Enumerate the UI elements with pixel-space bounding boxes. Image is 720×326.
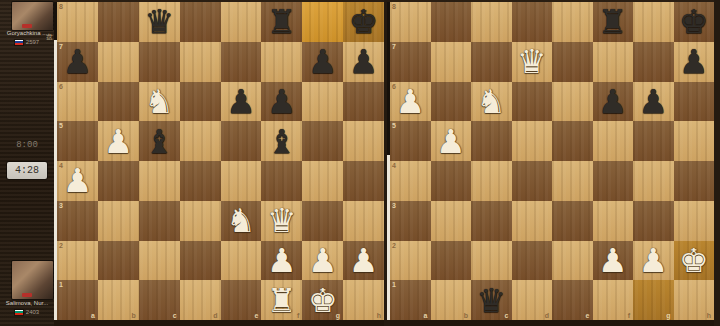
square-b6[interactable] [98, 82, 139, 122]
file-label-b: b [131, 312, 135, 319]
square-b7[interactable] [431, 42, 472, 82]
live-badge [22, 24, 32, 28]
square-e3[interactable] [552, 201, 593, 241]
square-d2[interactable] [180, 241, 221, 281]
square-g6[interactable]: ♟ [633, 82, 674, 122]
piece-white-queen[interactable]: ♛ [267, 204, 297, 237]
square-a7[interactable]: 7 [390, 42, 431, 82]
square-a4[interactable]: 4♟ [57, 161, 98, 201]
square-a1[interactable]: 1a [57, 280, 98, 320]
square-e7[interactable] [552, 42, 593, 82]
square-a6[interactable]: 6♟ [390, 82, 431, 122]
file-label-c: c [505, 312, 509, 319]
square-b3[interactable] [431, 201, 472, 241]
square-b8[interactable] [431, 2, 472, 42]
square-h5[interactable] [343, 121, 384, 161]
square-d4[interactable] [512, 161, 553, 201]
file-label-d: d [545, 312, 549, 319]
file-label-g: g [336, 312, 340, 319]
piece-white-pawn[interactable]: ♟ [395, 85, 425, 118]
square-c8[interactable]: ♛ [139, 2, 180, 42]
square-g8[interactable] [302, 2, 343, 42]
file-label-b: b [464, 312, 468, 319]
square-e6[interactable]: ♟ [221, 82, 262, 122]
square-d8[interactable] [180, 2, 221, 42]
square-b2[interactable] [431, 241, 472, 281]
square-b1[interactable]: b [98, 280, 139, 320]
square-a2[interactable]: 2 [57, 241, 98, 281]
rank-label-1: 1 [392, 281, 396, 288]
square-h3[interactable] [674, 201, 715, 241]
square-g2[interactable]: ♟ [302, 241, 343, 281]
file-label-c: c [173, 312, 177, 319]
square-a8[interactable]: 8 [57, 2, 98, 42]
square-g4[interactable] [633, 161, 674, 201]
bottom-player-rating-row: 2403 [0, 309, 54, 315]
square-a6[interactable]: 6 [57, 82, 98, 122]
rank-label-6: 6 [59, 83, 63, 90]
piece-black-rook[interactable]: ♜ [598, 5, 628, 38]
square-b8[interactable] [98, 2, 139, 42]
square-a3[interactable]: 3 [57, 201, 98, 241]
top-player-rating-row: 2597 [0, 39, 54, 45]
square-c7[interactable] [139, 42, 180, 82]
square-c3[interactable] [471, 201, 512, 241]
rank-label-7: 7 [392, 43, 396, 50]
square-h5[interactable] [674, 121, 715, 161]
piece-black-king[interactable]: ♚ [349, 5, 379, 38]
rank-label-8: 8 [59, 3, 63, 10]
square-d4[interactable] [180, 161, 221, 201]
piece-black-rook[interactable]: ♜ [267, 5, 297, 38]
clock-bottom-active: 4:28 [7, 162, 47, 179]
rank-label-8: 8 [392, 3, 396, 10]
square-d7[interactable] [180, 42, 221, 82]
rank-label-4: 4 [392, 162, 396, 169]
square-e6[interactable] [552, 82, 593, 122]
square-c1[interactable]: c♛ [471, 280, 512, 320]
piece-black-pawn[interactable]: ♟ [267, 85, 297, 118]
board-frame-edge [714, 0, 720, 326]
square-d3[interactable] [180, 201, 221, 241]
square-e3[interactable]: ♞ [221, 201, 262, 241]
square-b3[interactable] [98, 201, 139, 241]
square-g6[interactable] [302, 82, 343, 122]
square-b6[interactable] [431, 82, 472, 122]
square-d2[interactable] [512, 241, 553, 281]
square-g7[interactable] [633, 42, 674, 82]
square-c5[interactable] [471, 121, 512, 161]
square-e8[interactable] [552, 2, 593, 42]
square-g1[interactable]: g [633, 280, 674, 320]
rank-label-1: 1 [59, 281, 63, 288]
square-g3[interactable] [633, 201, 674, 241]
piece-black-queen[interactable]: ♛ [144, 5, 174, 38]
piece-white-pawn[interactable]: ♟ [104, 125, 134, 158]
square-f1[interactable]: f [593, 280, 634, 320]
file-label-a: a [424, 312, 428, 319]
square-a8[interactable]: 8 [390, 2, 431, 42]
piece-white-pawn[interactable]: ♟ [638, 244, 668, 277]
square-g4[interactable] [302, 161, 343, 201]
square-f1[interactable]: f♜ [261, 280, 302, 320]
square-f7[interactable] [261, 42, 302, 82]
square-a5[interactable]: 5 [390, 121, 431, 161]
piece-white-king[interactable]: ♚ [679, 244, 709, 277]
square-e5[interactable] [552, 121, 593, 161]
square-g5[interactable] [302, 121, 343, 161]
square-g8[interactable] [633, 2, 674, 42]
square-e1[interactable]: e [221, 280, 262, 320]
square-h3[interactable] [343, 201, 384, 241]
square-h6[interactable] [343, 82, 384, 122]
square-b4[interactable] [431, 161, 472, 201]
broadcast-app: 第1棋盘 第1棋盘 Goryachkina ... 2597 8:00 4:28… [0, 0, 720, 326]
piece-white-pawn[interactable]: ♟ [349, 244, 379, 277]
rank-label-3: 3 [59, 202, 63, 209]
square-g1[interactable]: g♚ [302, 280, 343, 320]
bottom-player-name[interactable]: Salimova, Nur... [0, 300, 54, 306]
file-label-e: e [586, 312, 590, 319]
square-c2[interactable] [471, 241, 512, 281]
piece-black-pawn[interactable]: ♟ [598, 85, 628, 118]
piece-white-pawn[interactable]: ♟ [308, 244, 338, 277]
file-label-f: f [297, 312, 299, 319]
file-label-g: g [666, 312, 670, 319]
square-e4[interactable] [552, 161, 593, 201]
square-c7[interactable] [471, 42, 512, 82]
file-label-d: d [213, 312, 217, 319]
square-f4[interactable] [593, 161, 634, 201]
piece-white-queen[interactable]: ♛ [517, 45, 547, 78]
piece-black-bishop[interactable]: ♝ [267, 125, 297, 158]
square-f3[interactable]: ♛ [261, 201, 302, 241]
square-f8[interactable]: ♜ [261, 2, 302, 42]
square-c6[interactable]: ♞ [471, 82, 512, 122]
sidebar: 第1棋盘 第1棋盘 Goryachkina ... 2597 8:00 4:28… [0, 0, 54, 326]
file-label-h: h [707, 312, 711, 319]
square-h7[interactable]: ♟ [674, 42, 715, 82]
square-h2[interactable]: ♚ [674, 241, 715, 281]
rank-label-5: 5 [392, 122, 396, 129]
square-e4[interactable] [221, 161, 262, 201]
file-label-e: e [254, 312, 258, 319]
piece-black-pawn[interactable]: ♟ [679, 45, 709, 78]
piece-white-rook[interactable]: ♜ [267, 284, 297, 317]
square-d1[interactable]: d [512, 280, 553, 320]
square-h4[interactable] [343, 161, 384, 201]
bottom-player-rating: 2403 [26, 309, 39, 315]
square-e2[interactable] [552, 241, 593, 281]
square-f7[interactable] [593, 42, 634, 82]
rank-label-4: 4 [59, 162, 63, 169]
square-b2[interactable] [98, 241, 139, 281]
square-h1[interactable]: h [343, 280, 384, 320]
piece-black-pawn[interactable]: ♟ [63, 45, 93, 78]
top-player-rating: 2597 [26, 39, 39, 45]
piece-black-queen[interactable]: ♛ [476, 284, 506, 317]
top-player-flag-icon [15, 40, 23, 45]
square-d5[interactable] [180, 121, 221, 161]
piece-white-king[interactable]: ♚ [308, 284, 338, 317]
live-badge-2 [22, 293, 32, 297]
square-d1[interactable]: d [180, 280, 221, 320]
square-h2[interactable]: ♟ [343, 241, 384, 281]
square-d5[interactable] [512, 121, 553, 161]
rank-label-7: 7 [59, 43, 63, 50]
square-b1[interactable]: b [431, 280, 472, 320]
square-b5[interactable]: ♟ [98, 121, 139, 161]
square-c5[interactable]: ♝ [139, 121, 180, 161]
square-a7[interactable]: 7♟ [57, 42, 98, 82]
square-d3[interactable] [512, 201, 553, 241]
square-b7[interactable] [98, 42, 139, 82]
square-h4[interactable] [674, 161, 715, 201]
piece-black-pawn[interactable]: ♟ [349, 45, 379, 78]
file-label-f: f [628, 312, 630, 319]
clock-top: 8:00 [0, 140, 54, 150]
piece-white-pawn[interactable]: ♟ [436, 125, 466, 158]
square-h8[interactable]: ♚ [674, 2, 715, 42]
square-f8[interactable]: ♜ [593, 2, 634, 42]
square-a3[interactable]: 3 [390, 201, 431, 241]
square-c4[interactable] [471, 161, 512, 201]
square-a5[interactable]: 5 [57, 121, 98, 161]
square-h1[interactable]: h [674, 280, 715, 320]
piece-black-bishop[interactable]: ♝ [144, 125, 174, 158]
chess-board-left: 8♛♜♚7♟♟♟6♞♟♟5♟♝♝4♟3♞♛2♟♟♟1abcdef♜g♚h [57, 2, 384, 320]
top-player-name[interactable]: Goryachkina ... [0, 30, 54, 36]
avatar-top-player [12, 2, 53, 30]
square-a1[interactable]: 1a [390, 280, 431, 320]
square-g5[interactable] [633, 121, 674, 161]
square-f5[interactable]: ♝ [261, 121, 302, 161]
square-a2[interactable]: 2 [390, 241, 431, 281]
bottom-player-flag-icon [15, 310, 23, 315]
square-g3[interactable] [302, 201, 343, 241]
file-label-a: a [91, 312, 95, 319]
piece-white-knight[interactable]: ♞ [476, 85, 506, 118]
piece-white-knight[interactable]: ♞ [226, 204, 256, 237]
file-label-h: h [377, 312, 381, 319]
square-c6[interactable]: ♞ [139, 82, 180, 122]
piece-black-king[interactable]: ♚ [679, 5, 709, 38]
rank-label-6: 6 [392, 83, 396, 90]
piece-white-pawn[interactable]: ♟ [598, 244, 628, 277]
rank-label-2: 2 [392, 242, 396, 249]
square-a4[interactable]: 4 [390, 161, 431, 201]
square-d8[interactable] [512, 2, 553, 42]
square-h6[interactable] [674, 82, 715, 122]
square-e5[interactable] [221, 121, 262, 161]
piece-white-knight[interactable]: ♞ [144, 85, 174, 118]
avatar-bottom-player [12, 261, 53, 299]
square-c4[interactable] [139, 161, 180, 201]
piece-white-pawn[interactable]: ♟ [267, 244, 297, 277]
square-f2[interactable]: ♟ [261, 241, 302, 281]
square-f5[interactable] [593, 121, 634, 161]
square-e7[interactable] [221, 42, 262, 82]
rank-label-3: 3 [392, 202, 396, 209]
chess-board-right: 8♜♚7♛♟6♟♞♟♟5♟432♟♟♚1abc♛defgh [390, 2, 714, 320]
square-d6[interactable] [180, 82, 221, 122]
square-c8[interactable] [471, 2, 512, 42]
square-e8[interactable] [221, 2, 262, 42]
square-g2[interactable]: ♟ [633, 241, 674, 281]
square-c1[interactable]: c [139, 280, 180, 320]
piece-black-pawn[interactable]: ♟ [308, 45, 338, 78]
piece-black-pawn[interactable]: ♟ [638, 85, 668, 118]
rank-label-5: 5 [59, 122, 63, 129]
square-f6[interactable]: ♟ [593, 82, 634, 122]
square-c2[interactable] [139, 241, 180, 281]
rank-label-2: 2 [59, 242, 63, 249]
square-f2[interactable]: ♟ [593, 241, 634, 281]
square-e2[interactable] [221, 241, 262, 281]
square-h8[interactable]: ♚ [343, 2, 384, 42]
square-f6[interactable]: ♟ [261, 82, 302, 122]
square-b4[interactable] [98, 161, 139, 201]
square-d7[interactable]: ♛ [512, 42, 553, 82]
square-g7[interactable]: ♟ [302, 42, 343, 82]
square-f3[interactable] [593, 201, 634, 241]
square-d6[interactable] [512, 82, 553, 122]
piece-black-pawn[interactable]: ♟ [226, 85, 256, 118]
piece-white-pawn[interactable]: ♟ [63, 164, 93, 197]
square-c3[interactable] [139, 201, 180, 241]
square-h7[interactable]: ♟ [343, 42, 384, 82]
square-e1[interactable]: e [552, 280, 593, 320]
square-b5[interactable]: ♟ [431, 121, 472, 161]
square-f4[interactable] [261, 161, 302, 201]
